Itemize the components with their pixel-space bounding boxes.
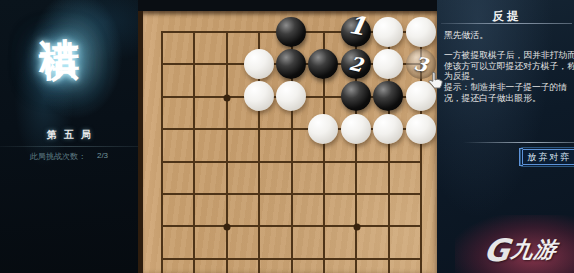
move-number-label: 1 (340, 7, 375, 42)
go-board[interactable]: 123 (145, 16, 437, 273)
hint-text: 提示：制造并非一子提一子的情况，提还白子做出眼形。 (444, 82, 574, 103)
black-stone (276, 49, 306, 79)
white-stone (308, 114, 338, 144)
panel-divider-top (441, 23, 572, 24)
give-up-button[interactable]: 放弃对弈 (522, 149, 574, 165)
white-stone (244, 49, 274, 79)
black-stone: 1 (341, 17, 371, 47)
white-stone (406, 17, 436, 47)
move-number-label: 2 (338, 46, 374, 82)
stage-label: 第五局 (0, 128, 138, 142)
jiuyou-logo: G 九游 (484, 228, 574, 272)
white-stone (373, 49, 403, 79)
black-stone (373, 81, 403, 111)
white-stone (341, 114, 371, 144)
jiuyou-logo-text: 九游 (509, 235, 559, 265)
panel-title: 反提 (437, 9, 574, 24)
rule-description: 一方被提取棋子后，因并非打劫而使该方可以立即提还对方棋子，称为反提。 提示：制造… (444, 50, 574, 104)
sidebar: 诘棋 第五局 此局挑战次数： 2/3 (0, 0, 138, 273)
challenge-label: 此局挑战次数： (30, 151, 86, 162)
white-stone (373, 114, 403, 144)
jiuyou-g-icon: G (481, 232, 512, 268)
hand-cursor-icon (428, 71, 444, 89)
black-stone (308, 49, 338, 79)
black-stone: 2 (341, 49, 371, 79)
black-stone (276, 17, 306, 47)
black-stone (341, 81, 371, 111)
rule-description-text: 一方被提取棋子后，因并非打劫而使该方可以立即提还对方棋子，称为反提。 (444, 50, 574, 82)
challenge-counter: 此局挑战次数： 2/3 (0, 151, 138, 162)
go-puzzle-screen: 诘棋 第五局 此局挑战次数： 2/3 123 反提 黑先做活。 一方被提取棋子后… (0, 0, 574, 273)
white-stone (244, 81, 274, 111)
sidebar-divider (0, 146, 138, 147)
white-stone (406, 114, 436, 144)
white-stone (276, 81, 306, 111)
panel-divider-bottom (463, 142, 574, 143)
ghost-next-move-stone[interactable]: 3 (406, 49, 436, 79)
challenge-value: 2/3 (97, 151, 108, 162)
objective-text: 黑先做活。 (444, 30, 488, 42)
white-stone (373, 17, 403, 47)
